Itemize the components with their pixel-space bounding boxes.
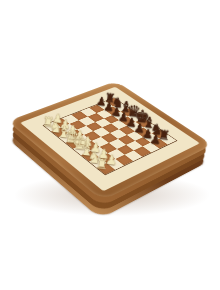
board-grid: ♜♞♝♛♚♝♞♜♟♟♟♟♟♟♟♟♟♟♟♟♟♟♟♟♜♞♝♛♚♝♞♜	[44, 98, 176, 174]
square-e5	[110, 129, 127, 138]
square-e7: ♟	[127, 122, 143, 131]
piece-white-rook: ♜	[42, 115, 55, 129]
piece-black-rook: ♜	[158, 128, 171, 142]
piece-black-rook: ♜	[104, 91, 116, 104]
piece-white-pawn: ♟	[51, 112, 64, 125]
square-h4	[125, 151, 142, 161]
